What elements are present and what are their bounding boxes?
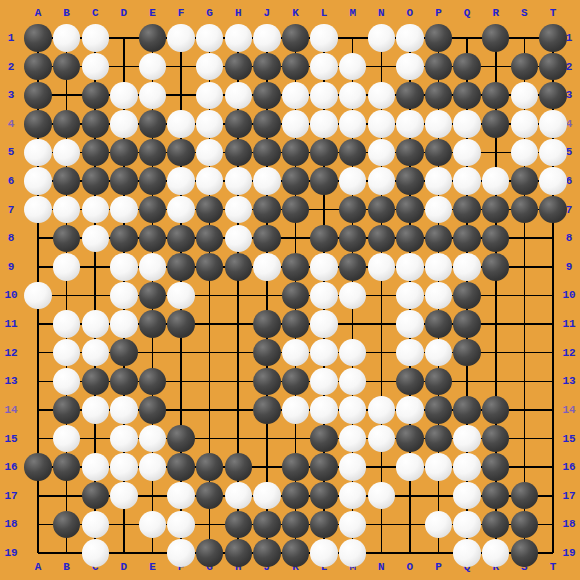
board-cell-D4[interactable] [110, 110, 139, 139]
board-cell-M6[interactable] [338, 167, 367, 196]
board-cell-Q16[interactable] [453, 453, 482, 482]
board-cell-B2[interactable] [52, 52, 81, 81]
board-cell-G4[interactable] [195, 110, 224, 139]
board-cell-F12[interactable] [167, 338, 196, 367]
board-cell-A13[interactable] [24, 367, 53, 396]
board-cell-T19[interactable] [539, 539, 568, 568]
board-cell-B6[interactable] [52, 167, 81, 196]
board-cell-M16[interactable] [338, 453, 367, 482]
board-cell-S5[interactable] [510, 138, 539, 167]
board-cell-R7[interactable] [481, 195, 510, 224]
board-cell-H16[interactable] [224, 453, 253, 482]
board-cell-D2[interactable] [110, 52, 139, 81]
board-cell-C7[interactable] [81, 195, 110, 224]
board-cell-N1[interactable] [367, 24, 396, 53]
board-cell-E11[interactable] [138, 310, 167, 339]
board-cell-H1[interactable] [224, 24, 253, 53]
board-cell-H5[interactable] [224, 138, 253, 167]
board-cell-J3[interactable] [253, 81, 282, 110]
board-cell-O7[interactable] [396, 195, 425, 224]
board-cell-L10[interactable] [310, 281, 339, 310]
board-cell-Q14[interactable] [453, 396, 482, 425]
board-cell-K7[interactable] [281, 195, 310, 224]
board-cell-L17[interactable] [310, 481, 339, 510]
board-cell-B1[interactable] [52, 24, 81, 53]
board-cell-C9[interactable] [81, 253, 110, 282]
board-cell-L12[interactable] [310, 338, 339, 367]
board-cell-J15[interactable] [253, 424, 282, 453]
board-cell-C11[interactable] [81, 310, 110, 339]
board-cell-A6[interactable] [24, 167, 53, 196]
board-cell-L15[interactable] [310, 424, 339, 453]
board-cell-L18[interactable] [310, 510, 339, 539]
board-cell-N4[interactable] [367, 110, 396, 139]
board-cell-E15[interactable] [138, 424, 167, 453]
board-cell-M13[interactable] [338, 367, 367, 396]
board-cell-M15[interactable] [338, 424, 367, 453]
board-cell-H6[interactable] [224, 167, 253, 196]
board-cell-T16[interactable] [539, 453, 568, 482]
board-cell-H2[interactable] [224, 52, 253, 81]
board-cell-G7[interactable] [195, 195, 224, 224]
board-cell-C18[interactable] [81, 510, 110, 539]
board-cell-G9[interactable] [195, 253, 224, 282]
board-cell-S3[interactable] [510, 81, 539, 110]
board-cell-G12[interactable] [195, 338, 224, 367]
board-cell-S1[interactable] [510, 24, 539, 53]
board-cell-L2[interactable] [310, 52, 339, 81]
board-cell-J10[interactable] [253, 281, 282, 310]
board-cell-S12[interactable] [510, 338, 539, 367]
board-cell-S8[interactable] [510, 224, 539, 253]
board-cell-P3[interactable] [424, 81, 453, 110]
board-cell-Q18[interactable] [453, 510, 482, 539]
board-cell-E3[interactable] [138, 81, 167, 110]
board-cell-M9[interactable] [338, 253, 367, 282]
board-cell-H14[interactable] [224, 396, 253, 425]
board-cell-Q8[interactable] [453, 224, 482, 253]
board-cell-H15[interactable] [224, 424, 253, 453]
board-cell-M2[interactable] [338, 52, 367, 81]
board-cell-O2[interactable] [396, 52, 425, 81]
board-cell-R15[interactable] [481, 424, 510, 453]
board-cell-M7[interactable] [338, 195, 367, 224]
board-cell-S2[interactable] [510, 52, 539, 81]
board-cell-P17[interactable] [424, 481, 453, 510]
board-cell-G3[interactable] [195, 81, 224, 110]
board-cell-E19[interactable] [138, 539, 167, 568]
board-cell-L9[interactable] [310, 253, 339, 282]
board-cell-T18[interactable] [539, 510, 568, 539]
board-cell-G16[interactable] [195, 453, 224, 482]
board-cell-E13[interactable] [138, 367, 167, 396]
board-cell-C10[interactable] [81, 281, 110, 310]
board-cell-P4[interactable] [424, 110, 453, 139]
board-cell-O10[interactable] [396, 281, 425, 310]
board-cell-Q19[interactable] [453, 539, 482, 568]
board-cell-E7[interactable] [138, 195, 167, 224]
board-cell-Q7[interactable] [453, 195, 482, 224]
board-cell-S7[interactable] [510, 195, 539, 224]
board-cell-C14[interactable] [81, 396, 110, 425]
board-cell-F2[interactable] [167, 52, 196, 81]
board-cell-B5[interactable] [52, 138, 81, 167]
board-cell-L14[interactable] [310, 396, 339, 425]
board-cell-K15[interactable] [281, 424, 310, 453]
board-cell-S11[interactable] [510, 310, 539, 339]
board-cell-T6[interactable] [539, 167, 568, 196]
board-cell-M18[interactable] [338, 510, 367, 539]
board-cell-C15[interactable] [81, 424, 110, 453]
board-cell-T13[interactable] [539, 367, 568, 396]
board-cell-D7[interactable] [110, 195, 139, 224]
board-cell-D15[interactable] [110, 424, 139, 453]
board-cell-N18[interactable] [367, 510, 396, 539]
board-cell-S6[interactable] [510, 167, 539, 196]
board-cell-B3[interactable] [52, 81, 81, 110]
board-cell-J9[interactable] [253, 253, 282, 282]
board-cell-J5[interactable] [253, 138, 282, 167]
board-cell-D11[interactable] [110, 310, 139, 339]
board-cell-O17[interactable] [396, 481, 425, 510]
board-cell-R12[interactable] [481, 338, 510, 367]
board-cell-J2[interactable] [253, 52, 282, 81]
board-cell-B13[interactable] [52, 367, 81, 396]
board-cell-F5[interactable] [167, 138, 196, 167]
board-cell-T3[interactable] [539, 81, 568, 110]
board-cell-O13[interactable] [396, 367, 425, 396]
board-cell-E14[interactable] [138, 396, 167, 425]
board-cell-P18[interactable] [424, 510, 453, 539]
board-cell-O3[interactable] [396, 81, 425, 110]
board-cell-F11[interactable] [167, 310, 196, 339]
board-cell-R19[interactable] [481, 539, 510, 568]
board-cell-D1[interactable] [110, 24, 139, 53]
board-cell-J16[interactable] [253, 453, 282, 482]
board-cell-Q12[interactable] [453, 338, 482, 367]
board-cell-N8[interactable] [367, 224, 396, 253]
board-cell-O1[interactable] [396, 24, 425, 53]
board-cell-C2[interactable] [81, 52, 110, 81]
board-cell-A3[interactable] [24, 81, 53, 110]
board-cell-O15[interactable] [396, 424, 425, 453]
board-cell-J4[interactable] [253, 110, 282, 139]
board-cell-S19[interactable] [510, 539, 539, 568]
board-cell-P15[interactable] [424, 424, 453, 453]
board-cell-A4[interactable] [24, 110, 53, 139]
board-cell-G17[interactable] [195, 481, 224, 510]
board-cell-T10[interactable] [539, 281, 568, 310]
board-cell-F19[interactable] [167, 539, 196, 568]
board-cell-N16[interactable] [367, 453, 396, 482]
board-cell-S9[interactable] [510, 253, 539, 282]
board-cell-M12[interactable] [338, 338, 367, 367]
board-cell-R8[interactable] [481, 224, 510, 253]
board-cell-L13[interactable] [310, 367, 339, 396]
board-cell-T14[interactable] [539, 396, 568, 425]
board-cell-F8[interactable] [167, 224, 196, 253]
board-cell-N9[interactable] [367, 253, 396, 282]
board-cell-P6[interactable] [424, 167, 453, 196]
board-cell-F18[interactable] [167, 510, 196, 539]
board-cell-R3[interactable] [481, 81, 510, 110]
board-cell-A10[interactable] [24, 281, 53, 310]
board-cell-M1[interactable] [338, 24, 367, 53]
board-cell-K11[interactable] [281, 310, 310, 339]
board-cell-S16[interactable] [510, 453, 539, 482]
board-cell-F14[interactable] [167, 396, 196, 425]
board-cell-S18[interactable] [510, 510, 539, 539]
board-cell-K19[interactable] [281, 539, 310, 568]
board-cell-D5[interactable] [110, 138, 139, 167]
board-cell-Q15[interactable] [453, 424, 482, 453]
board-cell-H9[interactable] [224, 253, 253, 282]
board-cell-R5[interactable] [481, 138, 510, 167]
board-cell-A17[interactable] [24, 481, 53, 510]
board-cell-A18[interactable] [24, 510, 53, 539]
board-cell-S4[interactable] [510, 110, 539, 139]
board-cell-K4[interactable] [281, 110, 310, 139]
board-cell-F15[interactable] [167, 424, 196, 453]
board-cell-G2[interactable] [195, 52, 224, 81]
board-cell-O19[interactable] [396, 539, 425, 568]
board-cell-P19[interactable] [424, 539, 453, 568]
board-cell-K13[interactable] [281, 367, 310, 396]
board-cell-Q11[interactable] [453, 310, 482, 339]
board-cell-O4[interactable] [396, 110, 425, 139]
board-cell-T17[interactable] [539, 481, 568, 510]
board-cell-P12[interactable] [424, 338, 453, 367]
board-cell-A2[interactable] [24, 52, 53, 81]
board-cell-A5[interactable] [24, 138, 53, 167]
board-cell-N13[interactable] [367, 367, 396, 396]
board-cell-B17[interactable] [52, 481, 81, 510]
board-cell-C8[interactable] [81, 224, 110, 253]
board-cell-Q9[interactable] [453, 253, 482, 282]
board-cell-F17[interactable] [167, 481, 196, 510]
board-cell-P2[interactable] [424, 52, 453, 81]
board-cell-Q2[interactable] [453, 52, 482, 81]
board-cell-T15[interactable] [539, 424, 568, 453]
board-cell-L3[interactable] [310, 81, 339, 110]
board-cell-E8[interactable] [138, 224, 167, 253]
board-cell-T9[interactable] [539, 253, 568, 282]
board-cell-H8[interactable] [224, 224, 253, 253]
board-cell-K10[interactable] [281, 281, 310, 310]
board-cell-B12[interactable] [52, 338, 81, 367]
board-cell-C19[interactable] [81, 539, 110, 568]
board-cell-E9[interactable] [138, 253, 167, 282]
board-cell-J7[interactable] [253, 195, 282, 224]
board-cell-D18[interactable] [110, 510, 139, 539]
board-cell-Q6[interactable] [453, 167, 482, 196]
board-cell-L11[interactable] [310, 310, 339, 339]
board-cell-R11[interactable] [481, 310, 510, 339]
board-cell-B7[interactable] [52, 195, 81, 224]
board-cell-P5[interactable] [424, 138, 453, 167]
board-cell-L1[interactable] [310, 24, 339, 53]
board-cell-O11[interactable] [396, 310, 425, 339]
board-cell-J19[interactable] [253, 539, 282, 568]
board-cell-J8[interactable] [253, 224, 282, 253]
board-cell-H13[interactable] [224, 367, 253, 396]
board-cell-H12[interactable] [224, 338, 253, 367]
board-cell-H4[interactable] [224, 110, 253, 139]
board-cell-A9[interactable] [24, 253, 53, 282]
board-cell-E4[interactable] [138, 110, 167, 139]
board-cell-K14[interactable] [281, 396, 310, 425]
board-cell-L7[interactable] [310, 195, 339, 224]
board-cell-G6[interactable] [195, 167, 224, 196]
board-cell-O12[interactable] [396, 338, 425, 367]
board-cell-C3[interactable] [81, 81, 110, 110]
board-cell-R1[interactable] [481, 24, 510, 53]
board-cell-H19[interactable] [224, 539, 253, 568]
board-cell-A1[interactable] [24, 24, 53, 53]
board-cell-M8[interactable] [338, 224, 367, 253]
board-cell-O6[interactable] [396, 167, 425, 196]
board-cell-A16[interactable] [24, 453, 53, 482]
board-cell-N7[interactable] [367, 195, 396, 224]
board-cell-G11[interactable] [195, 310, 224, 339]
board-cell-G18[interactable] [195, 510, 224, 539]
board-cell-J12[interactable] [253, 338, 282, 367]
board-cell-K8[interactable] [281, 224, 310, 253]
board-cell-E18[interactable] [138, 510, 167, 539]
board-cell-P11[interactable] [424, 310, 453, 339]
board-cell-A8[interactable] [24, 224, 53, 253]
board-cell-R9[interactable] [481, 253, 510, 282]
board-cell-E2[interactable] [138, 52, 167, 81]
board-cell-O18[interactable] [396, 510, 425, 539]
board-cell-L16[interactable] [310, 453, 339, 482]
board-cell-S13[interactable] [510, 367, 539, 396]
board-cell-T8[interactable] [539, 224, 568, 253]
board-cell-B8[interactable] [52, 224, 81, 253]
board-cell-Q3[interactable] [453, 81, 482, 110]
board-cell-F9[interactable] [167, 253, 196, 282]
board-cell-A19[interactable] [24, 539, 53, 568]
board-cell-K3[interactable] [281, 81, 310, 110]
board-cell-A7[interactable] [24, 195, 53, 224]
board-cell-J6[interactable] [253, 167, 282, 196]
board-cell-B9[interactable] [52, 253, 81, 282]
board-cell-G10[interactable] [195, 281, 224, 310]
board-cell-S10[interactable] [510, 281, 539, 310]
board-cell-P9[interactable] [424, 253, 453, 282]
board-cell-J13[interactable] [253, 367, 282, 396]
board-cell-E6[interactable] [138, 167, 167, 196]
board-cell-L5[interactable] [310, 138, 339, 167]
board-cell-R10[interactable] [481, 281, 510, 310]
board-cell-M14[interactable] [338, 396, 367, 425]
board-cell-C5[interactable] [81, 138, 110, 167]
board-cell-O14[interactable] [396, 396, 425, 425]
board-cell-T7[interactable] [539, 195, 568, 224]
board-cell-D16[interactable] [110, 453, 139, 482]
board-cell-T12[interactable] [539, 338, 568, 367]
board-cell-R16[interactable] [481, 453, 510, 482]
board-cell-R6[interactable] [481, 167, 510, 196]
board-cell-B16[interactable] [52, 453, 81, 482]
board-cell-R4[interactable] [481, 110, 510, 139]
board-cell-G14[interactable] [195, 396, 224, 425]
board-cell-K6[interactable] [281, 167, 310, 196]
board-cell-H10[interactable] [224, 281, 253, 310]
board-cell-B19[interactable] [52, 539, 81, 568]
board-cell-Q5[interactable] [453, 138, 482, 167]
board-cell-J18[interactable] [253, 510, 282, 539]
board-cell-M10[interactable] [338, 281, 367, 310]
board-cell-P13[interactable] [424, 367, 453, 396]
board-cell-J17[interactable] [253, 481, 282, 510]
board-cell-C4[interactable] [81, 110, 110, 139]
board-cell-F13[interactable] [167, 367, 196, 396]
board-cell-P14[interactable] [424, 396, 453, 425]
board-cell-D6[interactable] [110, 167, 139, 196]
board-cell-H18[interactable] [224, 510, 253, 539]
board-cell-C13[interactable] [81, 367, 110, 396]
board-cell-O5[interactable] [396, 138, 425, 167]
board-cell-N17[interactable] [367, 481, 396, 510]
board-cell-H11[interactable] [224, 310, 253, 339]
board-cell-M17[interactable] [338, 481, 367, 510]
board-cell-K5[interactable] [281, 138, 310, 167]
board-cell-L6[interactable] [310, 167, 339, 196]
board-cell-T1[interactable] [539, 24, 568, 53]
board-cell-N5[interactable] [367, 138, 396, 167]
board-cell-F1[interactable] [167, 24, 196, 53]
board-cell-M4[interactable] [338, 110, 367, 139]
board-cell-K18[interactable] [281, 510, 310, 539]
board-cell-T2[interactable] [539, 52, 568, 81]
board-cell-G19[interactable] [195, 539, 224, 568]
board-cell-Q10[interactable] [453, 281, 482, 310]
board-cell-D8[interactable] [110, 224, 139, 253]
board-cell-G13[interactable] [195, 367, 224, 396]
board-cell-D12[interactable] [110, 338, 139, 367]
board-cell-M19[interactable] [338, 539, 367, 568]
board-cell-N2[interactable] [367, 52, 396, 81]
board-cell-E1[interactable] [138, 24, 167, 53]
board-cell-T11[interactable] [539, 310, 568, 339]
board-cell-C6[interactable] [81, 167, 110, 196]
board-cell-S17[interactable] [510, 481, 539, 510]
board-cell-M11[interactable] [338, 310, 367, 339]
board-cell-D13[interactable] [110, 367, 139, 396]
board-cell-F3[interactable] [167, 81, 196, 110]
board-cell-Q13[interactable] [453, 367, 482, 396]
board-cell-H3[interactable] [224, 81, 253, 110]
board-cell-T5[interactable] [539, 138, 568, 167]
board-cell-L8[interactable] [310, 224, 339, 253]
board-cell-J11[interactable] [253, 310, 282, 339]
board-cell-O8[interactable] [396, 224, 425, 253]
board-cell-K2[interactable] [281, 52, 310, 81]
board-cell-N6[interactable] [367, 167, 396, 196]
board-cell-C12[interactable] [81, 338, 110, 367]
board-cell-B11[interactable] [52, 310, 81, 339]
board-cell-S15[interactable] [510, 424, 539, 453]
board-cell-E12[interactable] [138, 338, 167, 367]
board-cell-Q1[interactable] [453, 24, 482, 53]
board-cell-P10[interactable] [424, 281, 453, 310]
board-cell-K16[interactable] [281, 453, 310, 482]
board-cell-B15[interactable] [52, 424, 81, 453]
board-cell-G15[interactable] [195, 424, 224, 453]
board-cell-J14[interactable] [253, 396, 282, 425]
board-cell-D9[interactable] [110, 253, 139, 282]
